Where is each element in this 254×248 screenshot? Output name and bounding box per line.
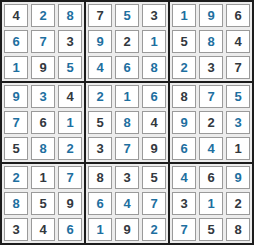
cell-digit: 3 bbox=[207, 61, 214, 74]
cell-r3c5[interactable]: 6 bbox=[115, 56, 139, 79]
cell-digit: 2 bbox=[123, 35, 130, 48]
cell-digit: 7 bbox=[66, 171, 73, 184]
cell-digit: 1 bbox=[150, 35, 157, 48]
cell-r2c4[interactable]: 9 bbox=[88, 30, 112, 53]
cell-digit: 1 bbox=[12, 61, 19, 74]
cell-digit: 3 bbox=[39, 90, 46, 103]
cell-r2c1[interactable]: 6 bbox=[4, 30, 28, 53]
cell-digit: 5 bbox=[207, 223, 214, 236]
cell-digit: 1 bbox=[180, 9, 187, 22]
cell-r4c9[interactable]: 5 bbox=[226, 85, 250, 108]
cell-r9c5[interactable]: 9 bbox=[115, 218, 139, 241]
cell-r8c2[interactable]: 5 bbox=[31, 192, 55, 215]
cell-r7c2[interactable]: 1 bbox=[31, 166, 55, 189]
cell-r9c7[interactable]: 7 bbox=[172, 218, 196, 241]
cell-r1c3[interactable]: 8 bbox=[58, 4, 82, 27]
cell-r1c6[interactable]: 3 bbox=[142, 4, 166, 27]
block-2-3: 875923641 bbox=[170, 83, 252, 162]
cell-r9c4[interactable]: 1 bbox=[88, 218, 112, 241]
cell-digit: 8 bbox=[180, 90, 187, 103]
cell-digit: 9 bbox=[207, 9, 214, 22]
cell-r2c2[interactable]: 7 bbox=[31, 30, 55, 53]
cell-digit: 8 bbox=[12, 197, 19, 210]
cell-r7c1[interactable]: 2 bbox=[4, 166, 28, 189]
cell-r3c4[interactable]: 4 bbox=[88, 56, 112, 79]
cell-digit: 3 bbox=[123, 171, 130, 184]
cell-r8c7[interactable]: 3 bbox=[172, 192, 196, 215]
cell-r4c1[interactable]: 9 bbox=[4, 85, 28, 108]
cell-digit: 7 bbox=[207, 90, 214, 103]
block-3-3: 469312758 bbox=[170, 164, 252, 243]
cell-r6c4[interactable]: 3 bbox=[88, 137, 112, 160]
cell-digit: 1 bbox=[66, 116, 73, 129]
sudoku-board: 4286731957539214681965842379347615822165… bbox=[0, 0, 254, 245]
cell-digit: 9 bbox=[39, 61, 46, 74]
cell-r4c6[interactable]: 6 bbox=[142, 85, 166, 108]
cell-r3c7[interactable]: 2 bbox=[172, 56, 196, 79]
cell-r2c6[interactable]: 1 bbox=[142, 30, 166, 53]
cell-r3c1[interactable]: 1 bbox=[4, 56, 28, 79]
cell-r3c8[interactable]: 3 bbox=[199, 56, 223, 79]
cell-digit: 9 bbox=[234, 171, 241, 184]
cell-digit: 5 bbox=[39, 197, 46, 210]
cell-r9c9[interactable]: 8 bbox=[226, 218, 250, 241]
cell-r1c2[interactable]: 2 bbox=[31, 4, 55, 27]
block-3-2: 835647192 bbox=[86, 164, 168, 243]
cell-digit: 3 bbox=[234, 116, 241, 129]
cell-r9c2[interactable]: 4 bbox=[31, 218, 55, 241]
cell-digit: 9 bbox=[66, 197, 73, 210]
cell-digit: 6 bbox=[123, 61, 130, 74]
block-3-1: 217859346 bbox=[2, 164, 84, 243]
cell-digit: 9 bbox=[180, 116, 187, 129]
cell-digit: 6 bbox=[12, 35, 19, 48]
cell-r9c3[interactable]: 6 bbox=[58, 218, 82, 241]
cell-digit: 5 bbox=[180, 35, 187, 48]
cell-r6c9[interactable]: 1 bbox=[226, 137, 250, 160]
cell-digit: 3 bbox=[66, 35, 73, 48]
cell-r8c1[interactable]: 8 bbox=[4, 192, 28, 215]
cell-digit: 6 bbox=[180, 142, 187, 155]
block-2-2: 216584379 bbox=[86, 83, 168, 162]
cell-digit: 2 bbox=[234, 197, 241, 210]
cell-r4c5[interactable]: 1 bbox=[115, 85, 139, 108]
cell-digit: 1 bbox=[96, 223, 103, 236]
cell-digit: 2 bbox=[66, 142, 73, 155]
cell-digit: 2 bbox=[180, 61, 187, 74]
cell-r2c3[interactable]: 3 bbox=[58, 30, 82, 53]
cell-r7c4[interactable]: 8 bbox=[88, 166, 112, 189]
cell-r6c1[interactable]: 5 bbox=[4, 137, 28, 160]
cell-digit: 6 bbox=[207, 171, 214, 184]
cell-digit: 8 bbox=[150, 61, 157, 74]
block-1-3: 196584237 bbox=[170, 2, 252, 81]
cell-r2c5[interactable]: 2 bbox=[115, 30, 139, 53]
cell-digit: 5 bbox=[96, 116, 103, 129]
cell-r5c2[interactable]: 6 bbox=[31, 111, 55, 134]
cell-digit: 3 bbox=[180, 197, 187, 210]
block-2-1: 934761582 bbox=[2, 83, 84, 162]
cell-digit: 6 bbox=[39, 116, 46, 129]
cell-r3c3[interactable]: 5 bbox=[58, 56, 82, 79]
cell-r5c7[interactable]: 9 bbox=[172, 111, 196, 134]
cell-r7c7[interactable]: 4 bbox=[172, 166, 196, 189]
cell-r3c2[interactable]: 9 bbox=[31, 56, 55, 79]
cell-digit: 6 bbox=[234, 9, 241, 22]
cell-r5c6[interactable]: 4 bbox=[142, 111, 166, 134]
cell-r6c7[interactable]: 6 bbox=[172, 137, 196, 160]
cell-digit: 7 bbox=[150, 197, 157, 210]
cell-r8c9[interactable]: 2 bbox=[226, 192, 250, 215]
cell-r8c5[interactable]: 4 bbox=[115, 192, 139, 215]
cell-r5c4[interactable]: 5 bbox=[88, 111, 112, 134]
cell-r6c5[interactable]: 7 bbox=[115, 137, 139, 160]
cell-r1c8[interactable]: 9 bbox=[199, 4, 223, 27]
cell-r7c3[interactable]: 7 bbox=[58, 166, 82, 189]
cell-digit: 8 bbox=[96, 171, 103, 184]
cell-digit: 4 bbox=[39, 223, 46, 236]
cell-r4c7[interactable]: 8 bbox=[172, 85, 196, 108]
cell-digit: 2 bbox=[39, 9, 46, 22]
cell-digit: 2 bbox=[12, 171, 19, 184]
cell-r4c8[interactable]: 7 bbox=[199, 85, 223, 108]
cell-digit: 2 bbox=[96, 90, 103, 103]
cell-r5c5[interactable]: 8 bbox=[115, 111, 139, 134]
cell-r9c1[interactable]: 3 bbox=[4, 218, 28, 241]
cell-digit: 8 bbox=[66, 9, 73, 22]
block-1-1: 428673195 bbox=[2, 2, 84, 81]
cell-digit: 8 bbox=[207, 35, 214, 48]
cell-digit: 5 bbox=[150, 171, 157, 184]
cell-r1c5[interactable]: 5 bbox=[115, 4, 139, 27]
cell-digit: 3 bbox=[96, 142, 103, 155]
cell-digit: 9 bbox=[96, 35, 103, 48]
cell-digit: 2 bbox=[150, 223, 157, 236]
cell-digit: 7 bbox=[12, 116, 19, 129]
cell-digit: 3 bbox=[12, 223, 19, 236]
cell-digit: 8 bbox=[39, 142, 46, 155]
cell-r9c6[interactable]: 2 bbox=[142, 218, 166, 241]
cell-r9c8[interactable]: 5 bbox=[199, 218, 223, 241]
cell-digit: 2 bbox=[207, 116, 214, 129]
cell-r5c1[interactable]: 7 bbox=[4, 111, 28, 134]
cell-digit: 4 bbox=[150, 116, 157, 129]
cell-digit: 4 bbox=[123, 197, 130, 210]
cell-r2c8[interactable]: 8 bbox=[199, 30, 223, 53]
cell-digit: 5 bbox=[66, 61, 73, 74]
cell-r4c2[interactable]: 3 bbox=[31, 85, 55, 108]
cell-digit: 6 bbox=[96, 197, 103, 210]
cell-digit: 9 bbox=[12, 90, 19, 103]
cell-r7c8[interactable]: 6 bbox=[199, 166, 223, 189]
cell-digit: 4 bbox=[66, 90, 73, 103]
cell-digit: 5 bbox=[123, 9, 130, 22]
cell-digit: 7 bbox=[234, 61, 241, 74]
cell-r8c6[interactable]: 7 bbox=[142, 192, 166, 215]
cell-digit: 6 bbox=[66, 223, 73, 236]
cell-r3c9[interactable]: 7 bbox=[226, 56, 250, 79]
cell-r7c6[interactable]: 5 bbox=[142, 166, 166, 189]
cell-digit: 5 bbox=[12, 142, 19, 155]
cell-digit: 8 bbox=[123, 116, 130, 129]
cell-r6c2[interactable]: 8 bbox=[31, 137, 55, 160]
cell-digit: 4 bbox=[234, 35, 241, 48]
cell-r7c5[interactable]: 3 bbox=[115, 166, 139, 189]
cell-digit: 7 bbox=[180, 223, 187, 236]
cell-r6c6[interactable]: 9 bbox=[142, 137, 166, 160]
cell-digit: 9 bbox=[150, 142, 157, 155]
cell-digit: 4 bbox=[12, 9, 19, 22]
cell-digit: 1 bbox=[123, 90, 130, 103]
cell-r4c3[interactable]: 4 bbox=[58, 85, 82, 108]
cell-r1c1[interactable]: 4 bbox=[4, 4, 28, 27]
cell-digit: 7 bbox=[39, 35, 46, 48]
cell-r8c4[interactable]: 6 bbox=[88, 192, 112, 215]
cell-r1c7[interactable]: 1 bbox=[172, 4, 196, 27]
cell-r6c3[interactable]: 2 bbox=[58, 137, 82, 160]
cell-r1c9[interactable]: 6 bbox=[226, 4, 250, 27]
cell-r5c8[interactable]: 2 bbox=[199, 111, 223, 134]
cell-digit: 3 bbox=[150, 9, 157, 22]
cell-digit: 4 bbox=[180, 171, 187, 184]
cell-digit: 4 bbox=[207, 142, 214, 155]
cell-digit: 7 bbox=[123, 142, 130, 155]
cell-digit: 8 bbox=[234, 223, 241, 236]
cell-r5c9[interactable]: 3 bbox=[226, 111, 250, 134]
cell-r7c9[interactable]: 9 bbox=[226, 166, 250, 189]
cell-digit: 1 bbox=[39, 171, 46, 184]
cell-r3c6[interactable]: 8 bbox=[142, 56, 166, 79]
cell-r6c8[interactable]: 4 bbox=[199, 137, 223, 160]
cell-r8c8[interactable]: 1 bbox=[199, 192, 223, 215]
block-1-2: 753921468 bbox=[86, 2, 168, 81]
cell-digit: 4 bbox=[96, 61, 103, 74]
cell-digit: 6 bbox=[150, 90, 157, 103]
cell-digit: 7 bbox=[96, 9, 103, 22]
cell-r8c3[interactable]: 9 bbox=[58, 192, 82, 215]
cell-r2c9[interactable]: 4 bbox=[226, 30, 250, 53]
cell-digit: 5 bbox=[234, 90, 241, 103]
cell-digit: 9 bbox=[123, 223, 130, 236]
cell-digit: 1 bbox=[234, 142, 241, 155]
cell-r1c4[interactable]: 7 bbox=[88, 4, 112, 27]
cell-r4c4[interactable]: 2 bbox=[88, 85, 112, 108]
cell-r5c3[interactable]: 1 bbox=[58, 111, 82, 134]
cell-digit: 1 bbox=[207, 197, 214, 210]
cell-r2c7[interactable]: 5 bbox=[172, 30, 196, 53]
